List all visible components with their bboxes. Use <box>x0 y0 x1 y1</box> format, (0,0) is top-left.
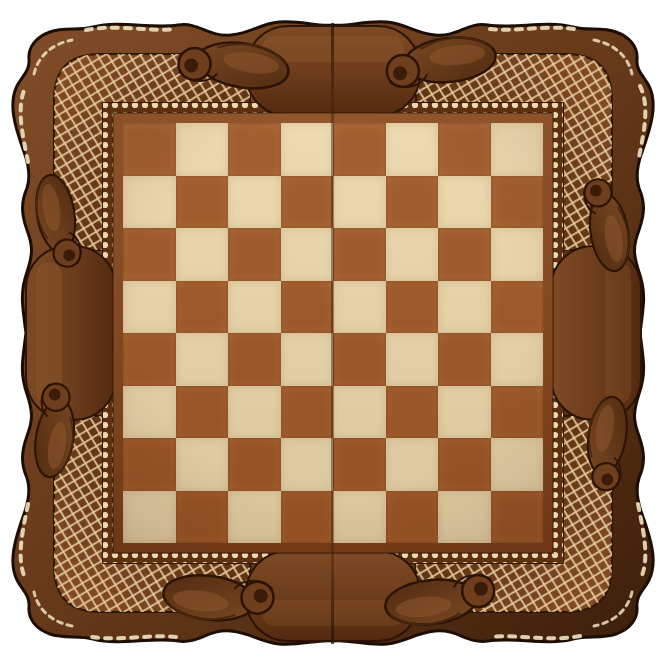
square-f3[interactable] <box>386 386 439 439</box>
square-d8[interactable] <box>281 123 334 176</box>
square-b4[interactable] <box>176 333 229 386</box>
square-a5[interactable] <box>123 281 176 334</box>
square-h2[interactable] <box>491 438 544 491</box>
square-c2[interactable] <box>228 438 281 491</box>
square-e3[interactable] <box>333 386 386 439</box>
square-d2[interactable] <box>281 438 334 491</box>
square-e6[interactable] <box>333 228 386 281</box>
square-g8[interactable] <box>438 123 491 176</box>
square-g7[interactable] <box>438 176 491 229</box>
square-c8[interactable] <box>228 123 281 176</box>
square-c3[interactable] <box>228 386 281 439</box>
square-b7[interactable] <box>176 176 229 229</box>
square-f5[interactable] <box>386 281 439 334</box>
square-a8[interactable] <box>123 123 176 176</box>
square-e4[interactable] <box>333 333 386 386</box>
square-h7[interactable] <box>491 176 544 229</box>
square-g4[interactable] <box>438 333 491 386</box>
square-d5[interactable] <box>281 281 334 334</box>
square-a4[interactable] <box>123 333 176 386</box>
square-h1[interactable] <box>491 491 544 544</box>
square-h4[interactable] <box>491 333 544 386</box>
square-e5[interactable] <box>333 281 386 334</box>
square-d3[interactable] <box>281 386 334 439</box>
square-f6[interactable] <box>386 228 439 281</box>
square-c5[interactable] <box>228 281 281 334</box>
square-c7[interactable] <box>228 176 281 229</box>
square-f8[interactable] <box>386 123 439 176</box>
square-g2[interactable] <box>438 438 491 491</box>
square-f2[interactable] <box>386 438 439 491</box>
square-b2[interactable] <box>176 438 229 491</box>
square-h5[interactable] <box>491 281 544 334</box>
square-a2[interactable] <box>123 438 176 491</box>
square-a6[interactable] <box>123 228 176 281</box>
square-f7[interactable] <box>386 176 439 229</box>
square-h6[interactable] <box>491 228 544 281</box>
square-d1[interactable] <box>281 491 334 544</box>
chess-board-photo <box>0 0 667 667</box>
square-a7[interactable] <box>123 176 176 229</box>
square-e1[interactable] <box>333 491 386 544</box>
square-b3[interactable] <box>176 386 229 439</box>
square-g1[interactable] <box>438 491 491 544</box>
square-c6[interactable] <box>228 228 281 281</box>
square-g6[interactable] <box>438 228 491 281</box>
square-g5[interactable] <box>438 281 491 334</box>
square-a3[interactable] <box>123 386 176 439</box>
square-a1[interactable] <box>123 491 176 544</box>
square-d6[interactable] <box>281 228 334 281</box>
square-e8[interactable] <box>333 123 386 176</box>
square-f1[interactable] <box>386 491 439 544</box>
square-e7[interactable] <box>333 176 386 229</box>
square-b6[interactable] <box>176 228 229 281</box>
square-d7[interactable] <box>281 176 334 229</box>
square-h8[interactable] <box>491 123 544 176</box>
square-f4[interactable] <box>386 333 439 386</box>
square-g3[interactable] <box>438 386 491 439</box>
square-b1[interactable] <box>176 491 229 544</box>
square-c1[interactable] <box>228 491 281 544</box>
square-e2[interactable] <box>333 438 386 491</box>
square-h3[interactable] <box>491 386 544 439</box>
square-b5[interactable] <box>176 281 229 334</box>
square-d4[interactable] <box>281 333 334 386</box>
square-b8[interactable] <box>176 123 229 176</box>
board-hinge-seam <box>331 23 334 644</box>
square-c4[interactable] <box>228 333 281 386</box>
